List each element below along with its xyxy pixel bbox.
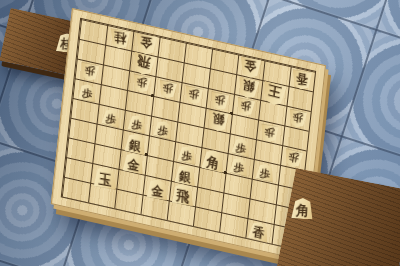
piece-kanji: 飛 [176, 188, 190, 204]
gote-lance[interactable]: 香 [291, 69, 312, 91]
piece-kanji: 歩 [288, 151, 300, 164]
sente-pawn[interactable]: 歩 [229, 156, 249, 177]
gote-pawn[interactable]: 歩 [283, 148, 304, 169]
gote-silver[interactable]: 銀 [236, 75, 260, 100]
piece-kanji: 金 [244, 59, 257, 73]
sente-pawn[interactable]: 歩 [153, 119, 174, 140]
piece-kanji: 銀 [241, 78, 255, 93]
piece-kanji: 歩 [105, 113, 117, 126]
sente-bishop[interactable]: 角 [201, 148, 226, 174]
gote-pawn[interactable]: 歩 [210, 91, 230, 112]
sente-pawn[interactable]: 歩 [255, 162, 275, 183]
sente-silver[interactable]: 銀 [174, 163, 197, 187]
piece-kanji: 銀 [128, 138, 142, 153]
piece-kanji: 玉 [98, 171, 112, 187]
gote-pawn[interactable]: 歩 [132, 74, 152, 95]
piece-kanji: 銀 [211, 112, 224, 127]
sente-silver[interactable]: 銀 [124, 131, 147, 155]
sente-rook[interactable]: 飛 [171, 182, 194, 206]
piece-kanji: 歩 [162, 82, 173, 94]
gote-king[interactable]: 王 [261, 80, 287, 107]
piece-kanji: 桂 [114, 30, 127, 44]
piece-kanji: 歩 [259, 168, 270, 181]
sente-pawn[interactable]: 歩 [101, 107, 122, 128]
gote-pawn[interactable]: 歩 [184, 85, 204, 106]
gote-pawn[interactable]: 歩 [260, 123, 279, 143]
piece-kanji: 角 [206, 154, 221, 170]
piece-kanji: 金 [140, 36, 153, 50]
gote-rook[interactable]: 飛 [131, 51, 156, 77]
gote-silver[interactable]: 銀 [206, 110, 228, 133]
piece-kanji: 歩 [240, 100, 251, 112]
piece-kanji: 歩 [233, 162, 244, 175]
piece-kanji: 銀 [178, 169, 191, 184]
gote-pawn[interactable]: 歩 [288, 109, 308, 130]
piece-kanji: 角 [296, 203, 310, 217]
sente-pawn[interactable]: 歩 [78, 82, 97, 102]
gote-pawn[interactable]: 歩 [236, 97, 256, 118]
piece-kanji: 歩 [264, 125, 275, 137]
piece-kanji: 歩 [214, 94, 225, 106]
piece-kanji: 歩 [292, 111, 303, 123]
piece-kanji: 金 [150, 183, 163, 197]
sente-pawn[interactable]: 歩 [127, 113, 148, 134]
sente-bishop-captured[interactable]: 角 [291, 197, 314, 219]
piece-kanji: 歩 [131, 119, 143, 132]
sente-pawn[interactable]: 歩 [177, 145, 197, 166]
piece-kanji: 金 [126, 157, 139, 172]
piece-kanji: 香 [296, 71, 309, 85]
sente-king[interactable]: 玉 [93, 164, 117, 189]
piece-kanji: 歩 [181, 150, 192, 163]
piece-kanji: 歩 [157, 125, 169, 138]
sente-pawn[interactable]: 歩 [231, 136, 252, 157]
piece-kanji: 歩 [84, 64, 95, 76]
gote-knight[interactable]: 桂 [109, 28, 130, 50]
piece-kanji: 歩 [82, 88, 93, 100]
piece-kanji: 飛 [137, 54, 152, 70]
piece-kanji: 王 [267, 83, 282, 99]
piece-kanji: 歩 [136, 76, 147, 88]
piece-kanji: 歩 [188, 88, 199, 100]
sente-gold[interactable]: 金 [146, 177, 168, 200]
gote-pawn[interactable]: 歩 [158, 80, 178, 101]
piece-kanji: 香 [252, 226, 266, 241]
piece-kanji: 歩 [235, 142, 247, 155]
sente-lance[interactable]: 香 [248, 220, 271, 243]
gote-gold[interactable]: 金 [239, 56, 261, 79]
gote-pawn[interactable]: 歩 [80, 62, 100, 83]
